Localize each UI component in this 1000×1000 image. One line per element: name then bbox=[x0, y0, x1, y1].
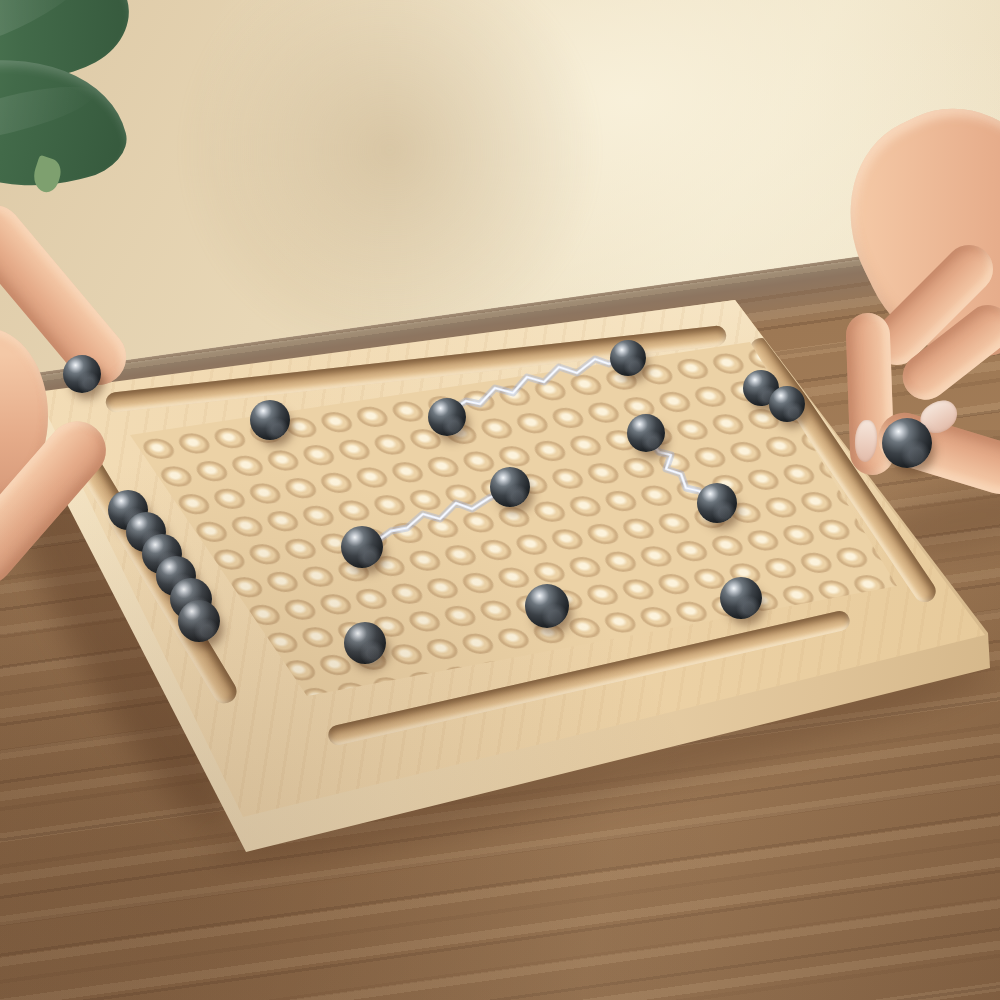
stone-board-1[interactable] bbox=[250, 400, 290, 440]
stone-held-left-1[interactable] bbox=[63, 355, 101, 393]
stone-board-6[interactable] bbox=[769, 386, 805, 422]
stone-board-9[interactable] bbox=[341, 526, 383, 568]
stone-tray-6[interactable] bbox=[178, 600, 220, 642]
stone-board-2[interactable] bbox=[428, 398, 466, 436]
scene bbox=[0, 0, 1000, 1000]
stone-board-12[interactable] bbox=[720, 577, 762, 619]
stone-board-11[interactable] bbox=[344, 622, 386, 664]
stone-board-7[interactable] bbox=[490, 467, 530, 507]
stone-board-3[interactable] bbox=[610, 340, 646, 376]
magnetic-arc-3 bbox=[377, 491, 504, 541]
stone-held-right-1[interactable] bbox=[882, 418, 932, 468]
stone-board-10[interactable] bbox=[525, 584, 569, 628]
magnetic-arc-1 bbox=[452, 358, 621, 410]
magnetic-arc-2 bbox=[650, 441, 709, 498]
stone-board-8[interactable] bbox=[697, 483, 737, 523]
stone-board-4[interactable] bbox=[627, 414, 665, 452]
